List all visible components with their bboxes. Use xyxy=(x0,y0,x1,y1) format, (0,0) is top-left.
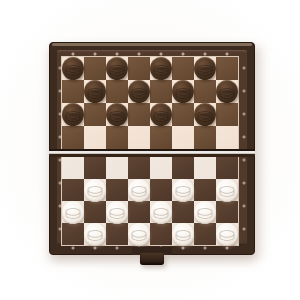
square-r8c4[interactable]: ⛀ xyxy=(128,223,150,245)
square-r4c1[interactable] xyxy=(62,126,84,149)
square-r7c3[interactable]: ⛀ xyxy=(106,201,128,223)
dark-man-piece[interactable]: ⛂ xyxy=(62,57,84,80)
square-r2c8[interactable]: ⛂ xyxy=(216,80,238,103)
square-r3c2[interactable] xyxy=(84,103,106,126)
square-r4c5[interactable] xyxy=(150,126,172,149)
dark-man-piece[interactable]: ⛂ xyxy=(194,103,216,126)
square-r4c4[interactable] xyxy=(128,126,150,149)
dark-man-piece[interactable]: ⛂ xyxy=(128,80,150,103)
square-r1c8[interactable] xyxy=(216,57,238,80)
square-r3c6[interactable] xyxy=(172,103,194,126)
square-r8c7[interactable] xyxy=(194,223,216,245)
square-r1c1[interactable]: ⛂ xyxy=(62,57,84,80)
square-r8c8[interactable]: ⛀ xyxy=(216,223,238,245)
dark-man-piece[interactable]: ⛂ xyxy=(106,103,128,126)
square-r2c1[interactable] xyxy=(62,80,84,103)
square-r3c4[interactable] xyxy=(128,103,150,126)
square-r6c2[interactable]: ⛀ xyxy=(84,179,106,201)
square-r6c4[interactable]: ⛀ xyxy=(128,179,150,201)
square-r4c8[interactable] xyxy=(216,126,238,149)
square-r5c7[interactable] xyxy=(194,157,216,179)
white-man-piece[interactable]: ⛀ xyxy=(128,223,150,246)
square-r2c4[interactable]: ⛂ xyxy=(128,80,150,103)
white-man-piece[interactable]: ⛀ xyxy=(216,179,238,202)
square-r6c3[interactable] xyxy=(106,179,128,201)
square-r1c7[interactable]: ⛂ xyxy=(194,57,216,80)
square-r8c1[interactable] xyxy=(62,223,84,245)
white-man-piece[interactable]: ⛀ xyxy=(194,201,216,224)
photo-background: ⛂⛂⛂⛂⛂⛂⛂⛂⛂⛂⛂⛂ ⛀⛀⛀⛀⛀⛀⛀⛀⛀⛀⛀⛀ xyxy=(0,0,300,300)
square-r2c6[interactable]: ⛂ xyxy=(172,80,194,103)
square-r7c6[interactable] xyxy=(172,201,194,223)
white-man-piece[interactable]: ⛀ xyxy=(84,223,106,246)
square-r1c2[interactable] xyxy=(84,57,106,80)
square-r5c3[interactable] xyxy=(106,157,128,179)
square-r5c2[interactable] xyxy=(84,157,106,179)
square-r6c5[interactable] xyxy=(150,179,172,201)
square-r2c2[interactable]: ⛂ xyxy=(84,80,106,103)
square-r1c4[interactable] xyxy=(128,57,150,80)
square-r6c1[interactable] xyxy=(62,179,84,201)
square-r5c1[interactable] xyxy=(62,157,84,179)
square-r4c7[interactable] xyxy=(194,126,216,149)
white-man-piece[interactable]: ⛀ xyxy=(150,201,172,224)
square-r2c3[interactable] xyxy=(106,80,128,103)
square-r3c8[interactable] xyxy=(216,103,238,126)
square-r3c5[interactable]: ⛂ xyxy=(150,103,172,126)
white-man-piece[interactable]: ⛀ xyxy=(62,201,84,224)
square-r7c5[interactable]: ⛀ xyxy=(150,201,172,223)
squares-grid-bottom-half: ⛀⛀⛀⛀⛀⛀⛀⛀⛀⛀⛀⛀ xyxy=(62,157,238,245)
square-r6c6[interactable]: ⛀ xyxy=(172,179,194,201)
white-man-piece[interactable]: ⛀ xyxy=(216,223,238,246)
square-r8c2[interactable]: ⛀ xyxy=(84,223,106,245)
square-r8c5[interactable] xyxy=(150,223,172,245)
square-r4c3[interactable] xyxy=(106,126,128,149)
square-r2c7[interactable] xyxy=(194,80,216,103)
square-r5c8[interactable] xyxy=(216,157,238,179)
square-r8c6[interactable]: ⛀ xyxy=(172,223,194,245)
square-r7c7[interactable]: ⛀ xyxy=(194,201,216,223)
dark-man-piece[interactable]: ⛂ xyxy=(150,57,172,80)
square-r5c4[interactable] xyxy=(128,157,150,179)
square-r5c6[interactable] xyxy=(172,157,194,179)
square-r7c8[interactable] xyxy=(216,201,238,223)
square-r3c1[interactable]: ⛂ xyxy=(62,103,84,126)
square-r4c2[interactable] xyxy=(84,126,106,149)
dark-man-piece[interactable]: ⛂ xyxy=(216,80,238,103)
dark-man-piece[interactable]: ⛂ xyxy=(106,57,128,80)
squares-grid-top-half: ⛂⛂⛂⛂⛂⛂⛂⛂⛂⛂⛂⛂ xyxy=(62,57,238,149)
white-man-piece[interactable]: ⛀ xyxy=(172,223,194,246)
square-r1c3[interactable]: ⛂ xyxy=(106,57,128,80)
white-man-piece[interactable]: ⛀ xyxy=(128,179,150,202)
dark-man-piece[interactable]: ⛂ xyxy=(84,80,106,103)
square-r1c6[interactable] xyxy=(172,57,194,80)
fold-hinge-line xyxy=(49,149,255,157)
square-r1c5[interactable]: ⛂ xyxy=(150,57,172,80)
square-r4c6[interactable] xyxy=(172,126,194,149)
square-r6c7[interactable] xyxy=(194,179,216,201)
square-r2c5[interactable] xyxy=(150,80,172,103)
dark-man-piece[interactable]: ⛂ xyxy=(150,103,172,126)
dark-man-piece[interactable]: ⛂ xyxy=(194,57,216,80)
dark-man-piece[interactable]: ⛂ xyxy=(62,103,84,126)
square-r5c5[interactable] xyxy=(150,157,172,179)
dark-man-piece[interactable]: ⛂ xyxy=(172,80,194,103)
white-man-piece[interactable]: ⛀ xyxy=(106,201,128,224)
square-r3c7[interactable]: ⛂ xyxy=(194,103,216,126)
white-man-piece[interactable]: ⛀ xyxy=(84,179,106,202)
white-man-piece[interactable]: ⛀ xyxy=(172,179,194,202)
square-r3c3[interactable]: ⛂ xyxy=(106,103,128,126)
square-r6c8[interactable]: ⛀ xyxy=(216,179,238,201)
square-r8c3[interactable] xyxy=(106,223,128,245)
checkers-board: ⛂⛂⛂⛂⛂⛂⛂⛂⛂⛂⛂⛂ ⛀⛀⛀⛀⛀⛀⛀⛀⛀⛀⛀⛀ xyxy=(49,42,255,255)
square-r7c4[interactable] xyxy=(128,201,150,223)
square-r7c2[interactable] xyxy=(84,201,106,223)
square-r7c1[interactable]: ⛀ xyxy=(62,201,84,223)
clasp-latch-tab xyxy=(140,253,164,265)
